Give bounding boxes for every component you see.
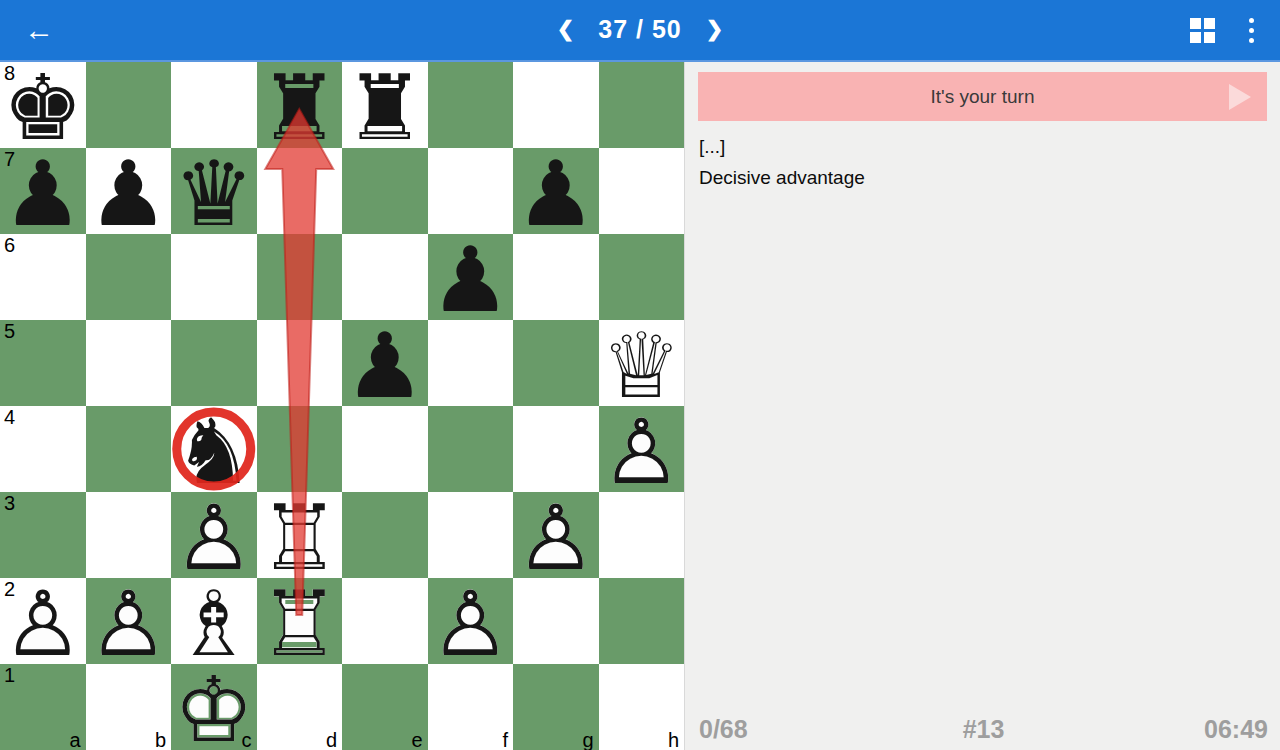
piece-white-pawn[interactable]: ♙ [513, 492, 599, 578]
file-label: g [582, 729, 593, 750]
square-h5[interactable]: ♛♕ [599, 320, 685, 406]
piece-white-pawn[interactable]: ♙ [171, 492, 257, 578]
turn-banner-text: It's your turn [931, 86, 1035, 108]
chess-board[interactable]: 8♚♜♜7♟♟♛♟6♟5♟♛♕4♞♟♙3♟♙♜♖♟♙2♟♙♟♙♝♗♜♖♟♙1ab… [0, 62, 684, 750]
pawn-glyph: ♟ [515, 149, 596, 239]
rank-label: 7 [4, 148, 15, 171]
piece-black-knight[interactable]: ♞ [171, 406, 257, 492]
square-e8[interactable]: ♜ [342, 62, 428, 148]
file-label: d [326, 729, 337, 750]
square-d3[interactable]: ♜♖ [257, 492, 343, 578]
square-d6[interactable] [257, 234, 343, 320]
square-b4[interactable] [86, 406, 172, 492]
status-bar: 0/68 #13 06:49 [685, 715, 1280, 744]
square-a7[interactable]: 7♟ [0, 148, 86, 234]
file-label: e [411, 729, 422, 750]
square-c4[interactable]: ♞ [171, 406, 257, 492]
square-f4[interactable] [428, 406, 514, 492]
pawn-glyph: ♙ [430, 579, 511, 669]
rook-glyph: ♜ [259, 63, 340, 153]
pawn-glyph: ♙ [515, 493, 596, 583]
piece-white-bishop[interactable]: ♗ [171, 578, 257, 664]
rank-label: 8 [4, 62, 15, 85]
rank-label: 3 [4, 492, 15, 515]
square-f3[interactable] [428, 492, 514, 578]
square-d1[interactable]: d [257, 664, 343, 750]
file-label: c [242, 729, 252, 750]
piece-white-pawn[interactable]: ♙ [86, 578, 172, 664]
rank-label: 1 [4, 664, 15, 687]
square-b7[interactable]: ♟ [86, 148, 172, 234]
square-f5[interactable] [428, 320, 514, 406]
evaluation-text: Decisive advantage [699, 162, 1266, 193]
square-g5[interactable] [513, 320, 599, 406]
square-d2[interactable]: ♜♖ [257, 578, 343, 664]
queen-glyph: ♕ [601, 321, 682, 411]
piece-white-queen[interactable]: ♕ [599, 320, 685, 406]
square-f1[interactable]: f [428, 664, 514, 750]
square-g2[interactable] [513, 578, 599, 664]
file-label: f [502, 729, 508, 750]
pawn-glyph: ♙ [173, 493, 254, 583]
square-h1[interactable]: h [599, 664, 685, 750]
puzzle-navigation: ❮ 37 / 50 ❯ [0, 0, 1280, 58]
queen-glyph: ♛ [173, 149, 254, 239]
square-e4[interactable] [342, 406, 428, 492]
main-content: 8♚♜♜7♟♟♛♟6♟5♟♛♕4♞♟♙3♟♙♜♖♟♙2♟♙♟♙♝♗♜♖♟♙1ab… [0, 62, 1280, 750]
progress-counter: 0/68 [699, 715, 963, 744]
rook-glyph: ♖ [259, 579, 340, 669]
square-b5[interactable] [86, 320, 172, 406]
rook-glyph: ♜ [344, 63, 425, 153]
square-c8[interactable] [171, 62, 257, 148]
square-a6[interactable]: 6 [0, 234, 86, 320]
knight-glyph: ♞ [173, 407, 254, 497]
piece-white-pawn[interactable]: ♙ [599, 406, 685, 492]
square-f7[interactable] [428, 148, 514, 234]
board-grid: 8♚♜♜7♟♟♛♟6♟5♟♛♕4♞♟♙3♟♙♜♖♟♙2♟♙♟♙♝♗♜♖♟♙1ab… [0, 62, 684, 750]
square-g6[interactable] [513, 234, 599, 320]
rook-glyph: ♖ [259, 493, 340, 583]
square-d5[interactable] [257, 320, 343, 406]
square-c6[interactable] [171, 234, 257, 320]
square-b6[interactable] [86, 234, 172, 320]
analysis-text: [...] Decisive advantage [685, 121, 1280, 193]
square-f2[interactable]: ♟♙ [428, 578, 514, 664]
piece-black-rook[interactable]: ♜ [342, 62, 428, 148]
puzzle-counter: 37 / 50 [598, 15, 681, 44]
info-panel: It's your turn [...] Decisive advantage … [684, 62, 1280, 750]
square-a8[interactable]: 8♚ [0, 62, 86, 148]
square-g1[interactable]: g [513, 664, 599, 750]
square-g8[interactable] [513, 62, 599, 148]
piece-black-rook[interactable]: ♜ [257, 62, 343, 148]
square-d4[interactable] [257, 406, 343, 492]
square-e6[interactable] [342, 234, 428, 320]
piece-black-queen[interactable]: ♛ [171, 148, 257, 234]
rank-label: 5 [4, 320, 15, 343]
bishop-glyph: ♗ [173, 579, 254, 669]
square-c3[interactable]: ♟♙ [171, 492, 257, 578]
square-a3[interactable]: 3 [0, 492, 86, 578]
square-b3[interactable] [86, 492, 172, 578]
square-e2[interactable] [342, 578, 428, 664]
square-e7[interactable] [342, 148, 428, 234]
piece-black-pawn[interactable]: ♟ [513, 148, 599, 234]
square-h4[interactable]: ♟♙ [599, 406, 685, 492]
rank-label: 4 [4, 406, 15, 429]
square-h7[interactable] [599, 148, 685, 234]
piece-white-pawn[interactable]: ♙ [428, 578, 514, 664]
pawn-glyph: ♟ [88, 149, 169, 239]
square-g4[interactable] [513, 406, 599, 492]
square-c7[interactable]: ♛ [171, 148, 257, 234]
pawn-glyph: ♙ [601, 407, 682, 497]
square-c1[interactable]: c♚♔ [171, 664, 257, 750]
puzzle-id: #13 [963, 715, 1005, 744]
piece-black-pawn[interactable]: ♟ [86, 148, 172, 234]
file-label: a [69, 729, 80, 750]
piece-black-pawn[interactable]: ♟ [342, 320, 428, 406]
square-g3[interactable]: ♟♙ [513, 492, 599, 578]
square-a1[interactable]: 1a [0, 664, 86, 750]
square-b8[interactable] [86, 62, 172, 148]
square-c2[interactable]: ♝♗ [171, 578, 257, 664]
square-e1[interactable]: e [342, 664, 428, 750]
square-g7[interactable]: ♟ [513, 148, 599, 234]
square-h2[interactable] [599, 578, 685, 664]
square-a2[interactable]: 2♟♙ [0, 578, 86, 664]
square-c5[interactable] [171, 320, 257, 406]
pawn-glyph: ♟ [430, 235, 511, 325]
square-a5[interactable]: 5 [0, 320, 86, 406]
rank-label: 2 [4, 578, 15, 601]
piece-white-rook[interactable]: ♖ [257, 492, 343, 578]
square-e3[interactable] [342, 492, 428, 578]
previous-puzzle-button[interactable]: ❮ [557, 17, 575, 41]
pawn-glyph: ♙ [88, 579, 169, 669]
square-h8[interactable] [599, 62, 685, 148]
square-b2[interactable]: ♟♙ [86, 578, 172, 664]
pawn-glyph: ♟ [344, 321, 425, 411]
rank-label: 6 [4, 234, 15, 257]
next-puzzle-button[interactable]: ❯ [706, 17, 724, 41]
square-h6[interactable] [599, 234, 685, 320]
turn-banner[interactable]: It's your turn [698, 72, 1267, 121]
file-label: b [155, 729, 166, 750]
square-a4[interactable]: 4 [0, 406, 86, 492]
file-label: h [668, 729, 679, 750]
play-triangle-icon[interactable] [1229, 84, 1251, 110]
square-d7[interactable] [257, 148, 343, 234]
square-b1[interactable]: b [86, 664, 172, 750]
timer: 06:49 [1004, 715, 1268, 744]
square-f8[interactable] [428, 62, 514, 148]
piece-white-rook[interactable]: ♖ [257, 578, 343, 664]
square-e5[interactable]: ♟ [342, 320, 428, 406]
square-h3[interactable] [599, 492, 685, 578]
square-f6[interactable]: ♟ [428, 234, 514, 320]
moves-placeholder: [...] [699, 131, 1266, 162]
app-bar: ← ❮ 37 / 50 ❯ [0, 0, 1280, 62]
square-d8[interactable]: ♜ [257, 62, 343, 148]
piece-black-pawn[interactable]: ♟ [428, 234, 514, 320]
